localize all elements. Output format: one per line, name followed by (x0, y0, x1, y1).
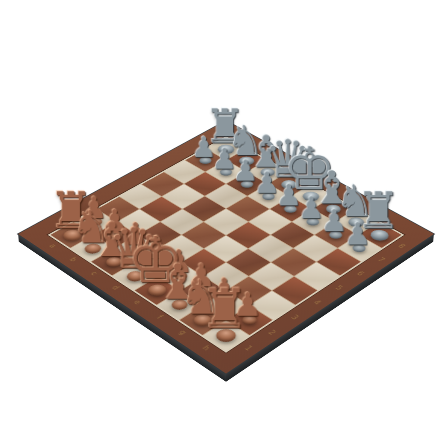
photo-canvas: abcdefgh87654321 ♜♞♝♛♚♝♞♜♟♟♟♟♟♟♟♟♟♟♟♟♟♟♟… (0, 0, 448, 448)
rank-label-4: 4 (310, 299, 324, 308)
chess-board: abcdefgh87654321 ♜♞♝♛♚♝♞♜♟♟♟♟♟♟♟♟♟♟♟♟♟♟♟… (17, 120, 436, 375)
rank-label-7: 7 (374, 256, 387, 264)
file-label-c: c (87, 270, 100, 278)
file-label-a: a (46, 242, 59, 250)
rank-label-1: 1 (241, 344, 255, 353)
rank-label-5: 5 (332, 284, 345, 292)
file-label-h: h (199, 344, 213, 353)
file-label-g: g (175, 328, 189, 337)
rank-label-3: 3 (287, 313, 301, 322)
rank-label-8: 8 (395, 243, 408, 251)
file-label-b: b (66, 256, 79, 264)
file-label-f: f (152, 313, 166, 322)
file-label-d: d (108, 284, 121, 292)
silver-pawn-h7[interactable]: ♟ (337, 235, 381, 262)
pawn-glyph: ♟ (327, 219, 388, 249)
rook-glyph: ♜ (192, 282, 257, 336)
file-label-e: e (130, 298, 143, 307)
rank-label-6: 6 (353, 270, 366, 278)
rank-label-2: 2 (264, 329, 278, 338)
copper-rook-h1[interactable]: ♜ (202, 320, 250, 351)
